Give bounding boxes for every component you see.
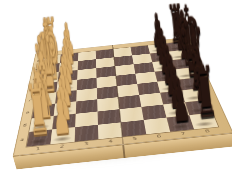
square-a5 [121, 120, 146, 137]
folding-chess-board: ♜♟♟♜♞♟♟♞♝♟♟♝♚♟♟♚♛♟♟♛♝♟♟♝♞♟♟♞♜♟♟♜ 1234567… [13, 37, 232, 156]
square-a4 [98, 122, 122, 139]
box-side-seam [122, 145, 125, 158]
square-b4 [98, 109, 121, 125]
square-a1: ♜ [27, 130, 53, 147]
black-rook: ♜ [191, 57, 213, 128]
square-b3 [75, 112, 98, 128]
square-e5 [116, 74, 137, 86]
square-e6 [135, 72, 157, 84]
square-f6 [134, 62, 155, 73]
perspective-wrapper: ♜♟♟♜♞♟♟♞♝♟♟♝♚♟♟♚♛♟♟♛♝♟♟♝♞♟♟♞♜♟♟♜ 1234567… [19, 10, 213, 164]
square-b5 [119, 107, 143, 122]
square-a2: ♟ [51, 127, 76, 144]
chess-set-photo: ♜♟♟♜♞♟♟♞♝♟♟♝♚♟♟♚♛♟♟♛♝♟♟♝♞♟♟♞♜♟♟♜ 1234567… [0, 0, 232, 174]
black-pawn: ♟ [168, 70, 189, 131]
square-e4 [97, 76, 117, 88]
square-a7: ♟ [167, 115, 195, 132]
white-pawn: ♟ [49, 82, 70, 143]
square-f5 [115, 64, 135, 75]
square-a3 [74, 125, 98, 142]
square-b6 [141, 105, 166, 120]
square-e3 [77, 78, 97, 90]
square-a8: ♜ [189, 113, 218, 129]
